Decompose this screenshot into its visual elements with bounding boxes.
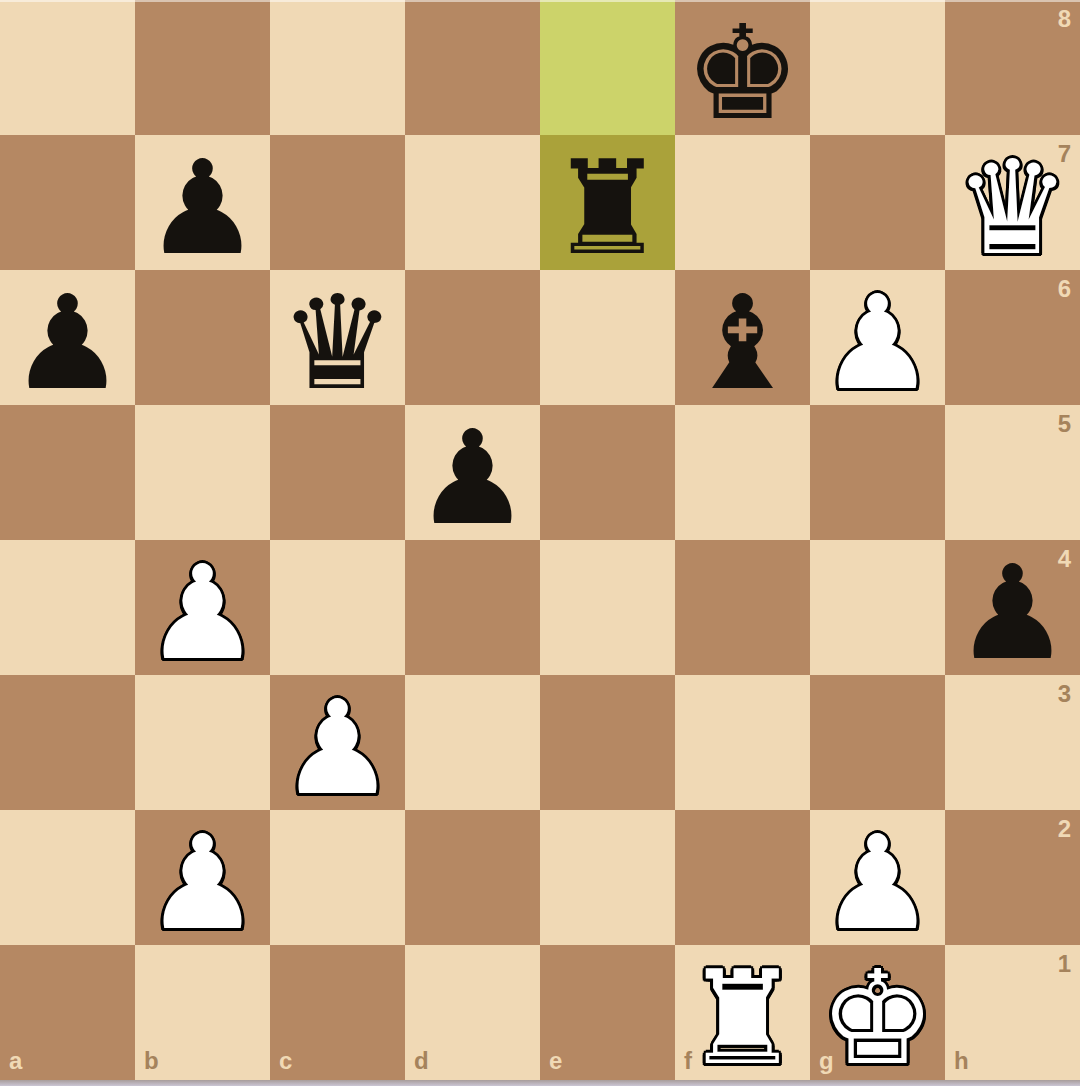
piece-black-king[interactable]: ♚ [684, 8, 801, 138]
square-b2[interactable]: ♟ [135, 810, 270, 945]
square-f7[interactable] [675, 135, 810, 270]
square-h2[interactable]: 2 [945, 810, 1080, 945]
square-f5[interactable] [675, 405, 810, 540]
rank-label-8: 8 [1058, 7, 1071, 31]
square-b3[interactable] [135, 675, 270, 810]
piece-white-pawn[interactable]: ♟ [144, 818, 261, 948]
file-label-b: b [144, 1049, 159, 1073]
square-h1[interactable]: 1h [945, 945, 1080, 1080]
board-bottom-edge [0, 1080, 1080, 1086]
square-f6[interactable]: ♝ [675, 270, 810, 405]
square-g3[interactable] [810, 675, 945, 810]
file-label-h: h [954, 1049, 969, 1073]
square-d6[interactable] [405, 270, 540, 405]
piece-black-bishop[interactable]: ♝ [684, 278, 801, 408]
square-g4[interactable] [810, 540, 945, 675]
square-c7[interactable] [270, 135, 405, 270]
rank-label-2: 2 [1058, 817, 1071, 841]
piece-white-queen[interactable]: ♛ [954, 143, 1071, 273]
rank-label-3: 3 [1058, 682, 1071, 706]
chess-board-wrapper: ♚8♟♜7♛♟♛♝♟6♟5♟4♟♟3♟♟2abcdef♜g♚1h [0, 0, 1080, 1086]
square-e5[interactable] [540, 405, 675, 540]
square-a2[interactable] [0, 810, 135, 945]
square-b4[interactable]: ♟ [135, 540, 270, 675]
square-a6[interactable]: ♟ [0, 270, 135, 405]
piece-white-king[interactable]: ♚ [819, 953, 936, 1083]
square-f4[interactable] [675, 540, 810, 675]
square-b5[interactable] [135, 405, 270, 540]
square-h5[interactable]: 5 [945, 405, 1080, 540]
square-d5[interactable]: ♟ [405, 405, 540, 540]
file-label-a: a [9, 1049, 22, 1073]
file-label-d: d [414, 1049, 429, 1073]
piece-black-pawn[interactable]: ♟ [9, 278, 126, 408]
square-h7[interactable]: 7♛ [945, 135, 1080, 270]
square-g7[interactable] [810, 135, 945, 270]
chess-board: ♚8♟♜7♛♟♛♝♟6♟5♟4♟♟3♟♟2abcdef♜g♚1h [0, 0, 1080, 1080]
square-e4[interactable] [540, 540, 675, 675]
square-a4[interactable] [0, 540, 135, 675]
square-c1[interactable]: c [270, 945, 405, 1080]
piece-black-pawn[interactable]: ♟ [144, 143, 261, 273]
square-b1[interactable]: b [135, 945, 270, 1080]
square-d2[interactable] [405, 810, 540, 945]
square-a3[interactable] [0, 675, 135, 810]
square-e7[interactable]: ♜ [540, 135, 675, 270]
square-h6[interactable]: 6 [945, 270, 1080, 405]
piece-black-pawn[interactable]: ♟ [414, 413, 531, 543]
square-f1[interactable]: f♜ [675, 945, 810, 1080]
square-c8[interactable] [270, 0, 405, 135]
square-a8[interactable] [0, 0, 135, 135]
square-e8[interactable] [540, 0, 675, 135]
square-b7[interactable]: ♟ [135, 135, 270, 270]
piece-black-queen[interactable]: ♛ [279, 278, 396, 408]
square-a7[interactable] [0, 135, 135, 270]
square-h8[interactable]: 8 [945, 0, 1080, 135]
square-c5[interactable] [270, 405, 405, 540]
piece-white-rook[interactable]: ♜ [684, 953, 801, 1083]
square-d4[interactable] [405, 540, 540, 675]
piece-white-pawn[interactable]: ♟ [819, 278, 936, 408]
square-d7[interactable] [405, 135, 540, 270]
square-f8[interactable]: ♚ [675, 0, 810, 135]
square-a5[interactable] [0, 405, 135, 540]
square-g6[interactable]: ♟ [810, 270, 945, 405]
square-d3[interactable] [405, 675, 540, 810]
piece-white-pawn[interactable]: ♟ [144, 548, 261, 678]
square-g1[interactable]: g♚ [810, 945, 945, 1080]
square-c4[interactable] [270, 540, 405, 675]
square-b8[interactable] [135, 0, 270, 135]
square-b6[interactable] [135, 270, 270, 405]
rank-label-1: 1 [1058, 952, 1071, 976]
piece-black-rook[interactable]: ♜ [549, 143, 666, 273]
square-h3[interactable]: 3 [945, 675, 1080, 810]
square-e6[interactable] [540, 270, 675, 405]
square-g2[interactable]: ♟ [810, 810, 945, 945]
piece-black-pawn[interactable]: ♟ [954, 548, 1071, 678]
file-label-c: c [279, 1049, 292, 1073]
square-f2[interactable] [675, 810, 810, 945]
square-f3[interactable] [675, 675, 810, 810]
square-h4[interactable]: 4♟ [945, 540, 1080, 675]
square-e2[interactable] [540, 810, 675, 945]
square-c3[interactable]: ♟ [270, 675, 405, 810]
square-c6[interactable]: ♛ [270, 270, 405, 405]
piece-white-pawn[interactable]: ♟ [279, 683, 396, 813]
piece-white-pawn[interactable]: ♟ [819, 818, 936, 948]
square-e1[interactable]: e [540, 945, 675, 1080]
square-e3[interactable] [540, 675, 675, 810]
square-a1[interactable]: a [0, 945, 135, 1080]
file-label-e: e [549, 1049, 562, 1073]
board-top-edge [0, 0, 1080, 2]
square-d8[interactable] [405, 0, 540, 135]
square-g5[interactable] [810, 405, 945, 540]
rank-label-5: 5 [1058, 412, 1071, 436]
square-g8[interactable] [810, 0, 945, 135]
rank-label-6: 6 [1058, 277, 1071, 301]
square-d1[interactable]: d [405, 945, 540, 1080]
square-c2[interactable] [270, 810, 405, 945]
